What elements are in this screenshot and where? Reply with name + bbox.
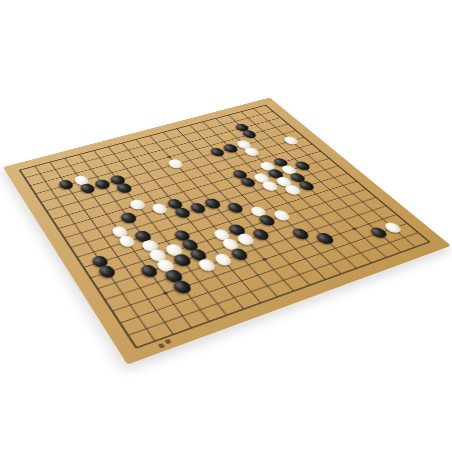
star-point (352, 227, 358, 230)
grid-line-v (35, 166, 155, 341)
grid-line-v (20, 170, 137, 348)
star-point (262, 258, 268, 261)
grid-line-v (122, 143, 261, 303)
go-board (3, 98, 451, 365)
star-point (167, 156, 172, 159)
star-point (163, 291, 169, 295)
product-photo (0, 0, 452, 452)
